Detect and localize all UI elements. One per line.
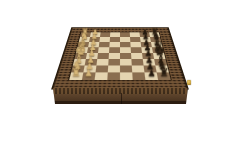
- square-h3[interactable]: [95, 72, 108, 79]
- square-g4[interactable]: [108, 65, 120, 72]
- white-pawn-piece[interactable]: ♟: [82, 69, 95, 78]
- square-g5[interactable]: [120, 65, 132, 72]
- product-photo-scene: ♜♟♟♜♞♟♟♞♝♟♟♝♛♟♟♛♚♟♟♚♝♟♟♝♞♟♟♞♜♟♟♜: [0, 0, 240, 150]
- square-g3[interactable]: [96, 65, 109, 72]
- chessboard[interactable]: ♜♟♟♜♞♟♟♞♝♟♟♝♛♟♟♛♚♟♟♚♝♟♟♝♞♟♟♞♜♟♟♜: [53, 28, 188, 89]
- square-h5[interactable]: [120, 72, 133, 79]
- square-h4[interactable]: [107, 72, 120, 79]
- white-rook-piece[interactable]: ♜: [70, 67, 83, 78]
- black-pawn-piece[interactable]: ♟: [145, 69, 158, 78]
- square-h6[interactable]: [132, 72, 145, 79]
- brass-latch-icon[interactable]: [187, 80, 191, 85]
- board-front-base: [53, 88, 188, 104]
- square-g6[interactable]: [132, 65, 145, 72]
- fold-seam: [121, 93, 122, 104]
- black-rook-piece[interactable]: ♜: [158, 67, 171, 78]
